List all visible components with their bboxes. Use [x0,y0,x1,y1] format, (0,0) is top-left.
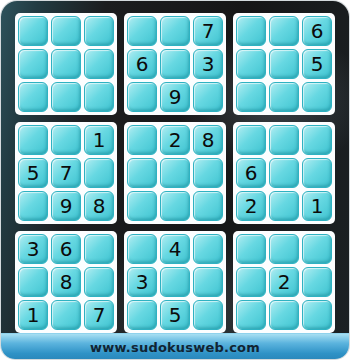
cell-r5c3[interactable] [84,158,114,188]
cell-r2c7[interactable] [236,49,266,79]
cell-r1c8[interactable] [269,16,299,46]
cell-r7c1[interactable]: 3 [18,234,48,264]
cell-r6c1[interactable] [18,191,48,221]
cell-r6c5[interactable] [160,191,190,221]
cell-r4c5[interactable]: 2 [160,125,190,155]
cell-r5c6[interactable] [193,158,223,188]
cell-r4c2[interactable] [51,125,81,155]
cell-r1c3[interactable] [84,16,114,46]
cell-r2c4[interactable]: 6 [127,49,157,79]
cell-r6c9[interactable]: 1 [302,191,332,221]
box-6: 621 [233,122,335,224]
cell-r9c3[interactable]: 7 [84,300,114,330]
cell-r1c2[interactable] [51,16,81,46]
sudoku-card: 7639651579828621368174352 www.sudokusweb… [1,1,349,359]
cell-r3c7[interactable] [236,82,266,112]
cell-r8c1[interactable] [18,267,48,297]
cell-r3c9[interactable] [302,82,332,112]
cell-r2c3[interactable] [84,49,114,79]
cell-r4c9[interactable] [302,125,332,155]
cell-r3c3[interactable] [84,82,114,112]
cell-r4c8[interactable] [269,125,299,155]
cell-r1c4[interactable] [127,16,157,46]
cell-r8c7[interactable] [236,267,266,297]
cell-r2c5[interactable] [160,49,190,79]
cell-r8c9[interactable] [302,267,332,297]
cell-r5c5[interactable] [160,158,190,188]
cell-r2c9[interactable]: 5 [302,49,332,79]
cell-r6c2[interactable]: 9 [51,191,81,221]
cell-r3c5[interactable]: 9 [160,82,190,112]
cell-r2c8[interactable] [269,49,299,79]
cell-r9c4[interactable] [127,300,157,330]
cell-r8c4[interactable]: 3 [127,267,157,297]
cell-r7c6[interactable] [193,234,223,264]
cell-r1c5[interactable] [160,16,190,46]
footer-band: www.sudokusweb.com [1,333,349,359]
cell-r8c3[interactable] [84,267,114,297]
cell-r9c8[interactable] [269,300,299,330]
cell-r2c1[interactable] [18,49,48,79]
cell-r4c1[interactable] [18,125,48,155]
cell-r4c6[interactable]: 8 [193,125,223,155]
board-area: 7639651579828621368174352 [1,1,349,333]
box-1 [15,13,117,115]
cell-r5c1[interactable]: 5 [18,158,48,188]
cell-r6c8[interactable] [269,191,299,221]
box-3: 65 [233,13,335,115]
cell-r3c8[interactable] [269,82,299,112]
cell-r8c5[interactable] [160,267,190,297]
cell-r3c2[interactable] [51,82,81,112]
sudoku-page: 7639651579828621368174352 www.sudokusweb… [0,0,350,360]
cell-r1c7[interactable] [236,16,266,46]
cell-r3c6[interactable] [193,82,223,112]
cell-r6c3[interactable]: 8 [84,191,114,221]
cell-r5c8[interactable] [269,158,299,188]
box-2: 7639 [124,13,226,115]
cell-r4c7[interactable] [236,125,266,155]
cell-r9c6[interactable] [193,300,223,330]
cell-r8c8[interactable]: 2 [269,267,299,297]
cell-r9c5[interactable]: 5 [160,300,190,330]
cell-r9c7[interactable] [236,300,266,330]
cell-r7c9[interactable] [302,234,332,264]
box-4: 15798 [15,122,117,224]
cell-r9c2[interactable] [51,300,81,330]
cell-r7c2[interactable]: 6 [51,234,81,264]
cell-r9c9[interactable] [302,300,332,330]
cell-r7c7[interactable] [236,234,266,264]
cell-r4c3[interactable]: 1 [84,125,114,155]
site-url[interactable]: www.sudokusweb.com [90,340,260,355]
cell-r8c2[interactable]: 8 [51,267,81,297]
cell-r5c2[interactable]: 7 [51,158,81,188]
sudoku-grid: 7639651579828621368174352 [15,13,335,333]
cell-r3c4[interactable] [127,82,157,112]
cell-r1c9[interactable]: 6 [302,16,332,46]
cell-r4c4[interactable] [127,125,157,155]
cell-r5c4[interactable] [127,158,157,188]
cell-r6c6[interactable] [193,191,223,221]
cell-r2c2[interactable] [51,49,81,79]
cell-r5c9[interactable] [302,158,332,188]
cell-r9c1[interactable]: 1 [18,300,48,330]
cell-r2c6[interactable]: 3 [193,49,223,79]
cell-r1c1[interactable] [18,16,48,46]
cell-r7c4[interactable] [127,234,157,264]
cell-r7c8[interactable] [269,234,299,264]
cell-r5c7[interactable]: 6 [236,158,266,188]
cell-r3c1[interactable] [18,82,48,112]
cell-r7c3[interactable] [84,234,114,264]
cell-r6c7[interactable]: 2 [236,191,266,221]
box-7: 36817 [15,231,117,333]
box-8: 435 [124,231,226,333]
cell-r7c5[interactable]: 4 [160,234,190,264]
cell-r1c6[interactable]: 7 [193,16,223,46]
cell-r6c4[interactable] [127,191,157,221]
box-9: 2 [233,231,335,333]
box-5: 28 [124,122,226,224]
cell-r8c6[interactable] [193,267,223,297]
